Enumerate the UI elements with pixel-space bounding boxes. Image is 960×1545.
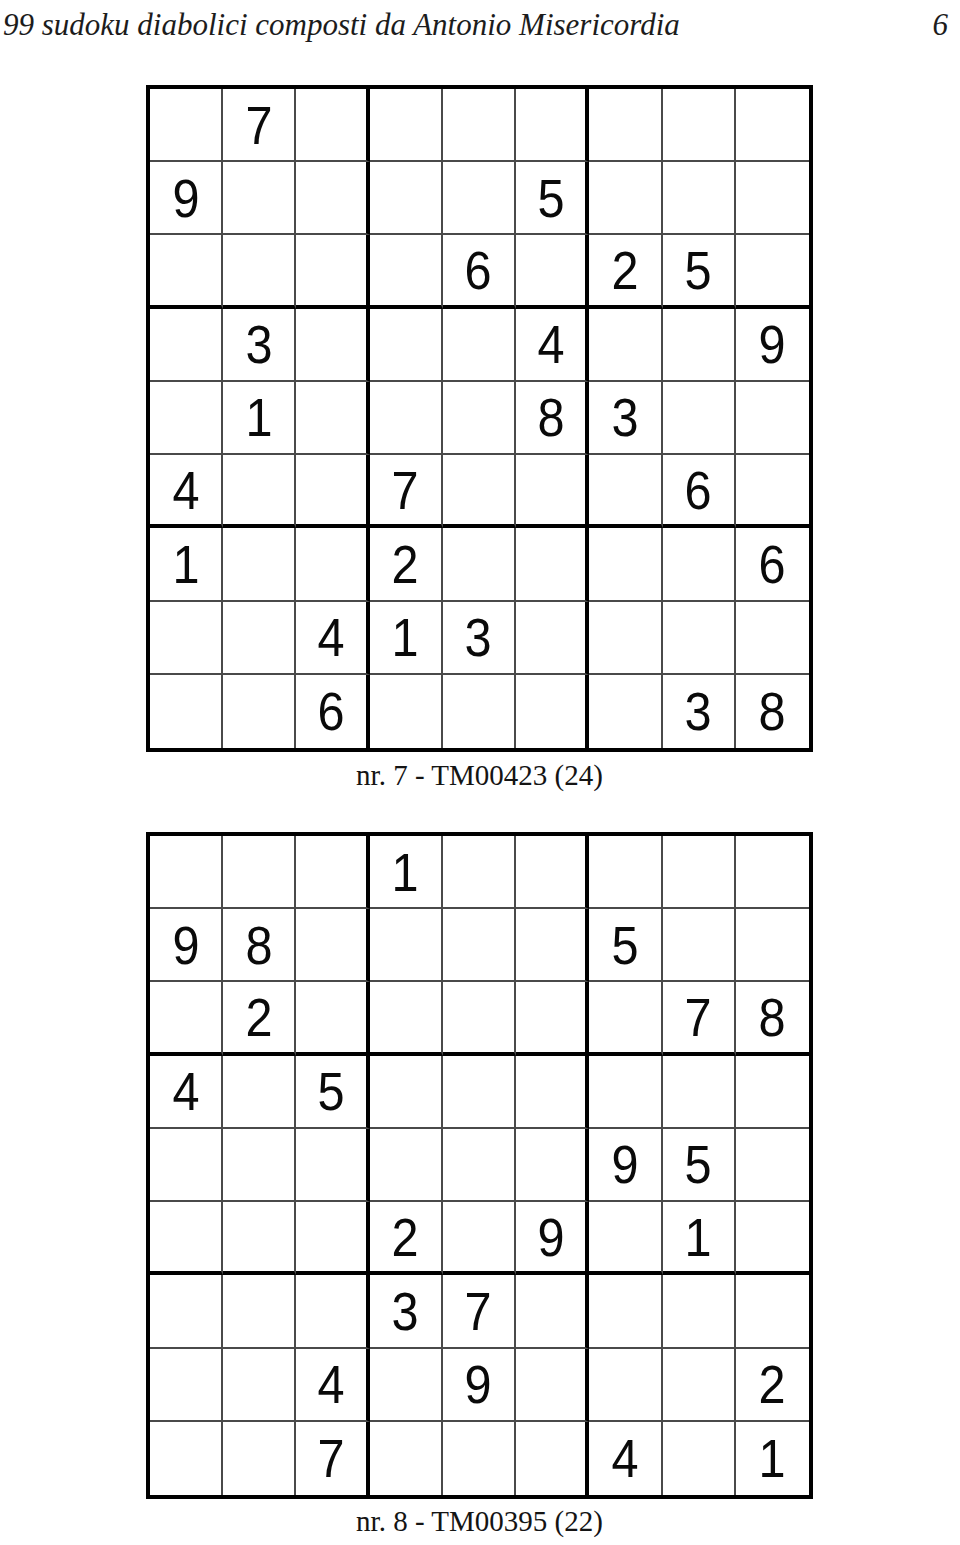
- sudoku-cell-r2c8: [663, 162, 736, 235]
- sudoku-cell-r4c2: 3: [223, 309, 296, 382]
- given-digit: 9: [172, 918, 199, 972]
- sudoku-cell-r5c4: [370, 382, 443, 455]
- given-digit: 5: [685, 243, 712, 297]
- given-digit: 2: [392, 1210, 419, 1264]
- sudoku-cell-r5c5: [443, 1129, 516, 1202]
- sudoku-cell-r5c1: [150, 1129, 223, 1202]
- given-digit: 6: [318, 684, 345, 738]
- sudoku-cell-r6c7: [589, 1202, 662, 1275]
- sudoku-cell-r4c2: [223, 1056, 296, 1129]
- sudoku-cell-r2c6: 5: [516, 162, 589, 235]
- sudoku-cell-r6c6: [516, 455, 589, 528]
- sudoku-cell-r2c1: 9: [150, 162, 223, 235]
- sudoku-cell-r4c5: [443, 1056, 516, 1129]
- sudoku-cell-r7c3: [296, 1275, 369, 1348]
- sudoku-cell-r4c3: [296, 309, 369, 382]
- sudoku-cell-r7c8: [663, 1275, 736, 1348]
- sudoku-cell-r8c1: [150, 1349, 223, 1422]
- given-digit: 9: [172, 171, 199, 225]
- sudoku-cell-r1c9: [736, 89, 809, 162]
- sudoku-cell-r5c3: [296, 1129, 369, 1202]
- given-digit: 3: [685, 684, 712, 738]
- given-digit: 1: [685, 1210, 712, 1264]
- sudoku-cell-r1c5: [443, 89, 516, 162]
- sudoku-cell-r6c4: 7: [370, 455, 443, 528]
- given-digit: 9: [465, 1357, 492, 1411]
- sudoku-cell-r9c5: [443, 675, 516, 748]
- sudoku-cell-r9c1: [150, 1422, 223, 1495]
- sudoku-cell-r1c4: 1: [370, 836, 443, 909]
- sudoku-cell-r7c5: [443, 528, 516, 601]
- sudoku-cell-r6c5: [443, 455, 516, 528]
- sudoku-cell-r6c3: [296, 1202, 369, 1275]
- sudoku-cell-r8c4: [370, 1349, 443, 1422]
- given-digit: 8: [759, 684, 786, 738]
- given-digit: 7: [465, 1284, 492, 1338]
- sudoku-cell-r4c6: [516, 1056, 589, 1129]
- sudoku-cell-r8c6: [516, 602, 589, 675]
- sudoku-cell-r4c9: [736, 1056, 809, 1129]
- sudoku-cell-r2c5: [443, 162, 516, 235]
- sudoku-cell-r9c9: 8: [736, 675, 809, 748]
- sudoku-cell-r8c1: [150, 602, 223, 675]
- given-digit: 2: [759, 1357, 786, 1411]
- given-digit: 8: [245, 918, 272, 972]
- sudoku-cell-r8c3: 4: [296, 1349, 369, 1422]
- sudoku-cell-r6c1: [150, 1202, 223, 1275]
- given-digit: 9: [759, 317, 786, 371]
- sudoku-cell-r4c8: [663, 1056, 736, 1129]
- sudoku-cell-r8c8: [663, 1349, 736, 1422]
- sudoku-cell-r6c4: 2: [370, 1202, 443, 1275]
- sudoku-cell-r5c8: 5: [663, 1129, 736, 1202]
- sudoku-cell-r9c3: 6: [296, 675, 369, 748]
- given-digit: 2: [245, 990, 272, 1044]
- given-digit: 9: [611, 1137, 638, 1191]
- sudoku-cell-r4c4: [370, 309, 443, 382]
- sudoku-cell-r2c3: [296, 909, 369, 982]
- sudoku-cell-r6c9: [736, 455, 809, 528]
- given-digit: 5: [685, 1137, 712, 1191]
- sudoku-cell-r4c5: [443, 309, 516, 382]
- sudoku-cell-r3c4: [370, 235, 443, 308]
- sudoku-cell-r1c6: [516, 89, 589, 162]
- sudoku-cell-r1c3: [296, 89, 369, 162]
- sudoku-cell-r3c3: [296, 982, 369, 1055]
- sudoku-cell-r8c6: [516, 1349, 589, 1422]
- given-digit: 6: [759, 537, 786, 591]
- sudoku-cell-r5c7: 9: [589, 1129, 662, 1202]
- sudoku-cell-r2c7: [589, 162, 662, 235]
- given-digit: 1: [245, 390, 272, 444]
- sudoku-cell-r6c1: 4: [150, 455, 223, 528]
- sudoku-cell-r5c2: [223, 1129, 296, 1202]
- given-digit: 4: [172, 463, 199, 517]
- sudoku-cell-r7c7: [589, 1275, 662, 1348]
- sudoku-cell-r7c6: [516, 528, 589, 601]
- given-digit: 7: [685, 990, 712, 1044]
- given-digit: 2: [611, 243, 638, 297]
- sudoku-cell-r9c2: [223, 1422, 296, 1495]
- sudoku-cell-r8c7: [589, 1349, 662, 1422]
- sudoku-cell-r2c1: 9: [150, 909, 223, 982]
- sudoku-cell-r7c5: 7: [443, 1275, 516, 1348]
- sudoku-cell-r1c1: [150, 836, 223, 909]
- sudoku-cell-r3c9: [736, 235, 809, 308]
- sudoku-cell-r9c9: 1: [736, 1422, 809, 1495]
- sudoku-cell-r9c8: [663, 1422, 736, 1495]
- sudoku-cell-r8c5: 3: [443, 602, 516, 675]
- sudoku-grid-nr7: 795625349183476126413638: [146, 85, 813, 752]
- given-digit: 4: [172, 1064, 199, 1118]
- sudoku-cell-r8c9: 2: [736, 1349, 809, 1422]
- given-digit: 1: [759, 1431, 786, 1485]
- sudoku-cell-r7c4: 3: [370, 1275, 443, 1348]
- sudoku-cell-r1c9: [736, 836, 809, 909]
- given-digit: 4: [611, 1431, 638, 1485]
- sudoku-cell-r8c8: [663, 602, 736, 675]
- sudoku-cell-r4c1: 4: [150, 1056, 223, 1129]
- sudoku-cell-r9c5: [443, 1422, 516, 1495]
- sudoku-cell-r4c7: [589, 1056, 662, 1129]
- page-number: 6: [933, 6, 949, 43]
- given-digit: 8: [759, 990, 786, 1044]
- sudoku-cell-r9c3: 7: [296, 1422, 369, 1495]
- sudoku-cell-r2c9: [736, 909, 809, 982]
- given-digit: 4: [318, 610, 345, 664]
- sudoku-cell-r8c5: 9: [443, 1349, 516, 1422]
- sudoku-cell-r5c1: [150, 382, 223, 455]
- sudoku-cell-r6c5: [443, 1202, 516, 1275]
- sudoku-grid-nr8: 1985278459529137492741: [146, 832, 813, 1499]
- given-digit: 3: [465, 610, 492, 664]
- sudoku-cell-r4c8: [663, 309, 736, 382]
- sudoku-cell-r3c7: [589, 982, 662, 1055]
- caption-nr7: nr. 7 - TM00423 (24): [146, 758, 813, 793]
- sudoku-cell-r8c9: [736, 602, 809, 675]
- sudoku-cell-r9c8: 3: [663, 675, 736, 748]
- sudoku-cell-r5c3: [296, 382, 369, 455]
- sudoku-cell-r7c4: 2: [370, 528, 443, 601]
- sudoku-cell-r2c2: 8: [223, 909, 296, 982]
- given-digit: 8: [537, 390, 564, 444]
- given-digit: 5: [537, 171, 564, 225]
- sudoku-cell-r5c8: [663, 382, 736, 455]
- given-digit: 6: [685, 463, 712, 517]
- sudoku-cell-r3c8: 7: [663, 982, 736, 1055]
- sudoku-cell-r9c7: 4: [589, 1422, 662, 1495]
- sudoku-cell-r1c6: [516, 836, 589, 909]
- sudoku-cell-r5c7: 3: [589, 382, 662, 455]
- sudoku-cell-r7c1: 1: [150, 528, 223, 601]
- sudoku-cell-r3c6: [516, 982, 589, 1055]
- given-digit: 7: [245, 98, 272, 152]
- given-digit: 1: [392, 610, 419, 664]
- sudoku-cell-r2c5: [443, 909, 516, 982]
- sudoku-cell-r2c4: [370, 162, 443, 235]
- sudoku-cell-r3c5: 6: [443, 235, 516, 308]
- sudoku-cell-r1c4: [370, 89, 443, 162]
- sudoku-cell-r1c1: [150, 89, 223, 162]
- sudoku-cell-r2c9: [736, 162, 809, 235]
- sudoku-cell-r8c2: [223, 1349, 296, 1422]
- sudoku-cell-r9c6: [516, 675, 589, 748]
- sudoku-cell-r4c7: [589, 309, 662, 382]
- sudoku-cell-r8c2: [223, 602, 296, 675]
- sudoku-cell-r6c8: 6: [663, 455, 736, 528]
- sudoku-cell-r1c3: [296, 836, 369, 909]
- sudoku-cell-r7c9: [736, 1275, 809, 1348]
- sudoku-cell-r5c9: [736, 382, 809, 455]
- sudoku-cell-r1c7: [589, 89, 662, 162]
- sudoku-cell-r1c2: [223, 836, 296, 909]
- sudoku-cell-r8c7: [589, 602, 662, 675]
- sudoku-cell-r5c5: [443, 382, 516, 455]
- sudoku-cell-r5c4: [370, 1129, 443, 1202]
- sudoku-cell-r7c9: 6: [736, 528, 809, 601]
- sudoku-cell-r7c2: [223, 528, 296, 601]
- caption-nr8: nr. 8 - TM00395 (22): [146, 1504, 813, 1539]
- sudoku-cell-r4c9: 9: [736, 309, 809, 382]
- sudoku-cell-r4c3: 5: [296, 1056, 369, 1129]
- given-digit: 5: [611, 918, 638, 972]
- sudoku-cell-r3c5: [443, 982, 516, 1055]
- sudoku-cell-r3c9: 8: [736, 982, 809, 1055]
- sudoku-cell-r7c2: [223, 1275, 296, 1348]
- sudoku-cell-r5c2: 1: [223, 382, 296, 455]
- sudoku-cell-r9c1: [150, 675, 223, 748]
- sudoku-cell-r6c3: [296, 455, 369, 528]
- sudoku-cell-r2c4: [370, 909, 443, 982]
- sudoku-cell-r4c1: [150, 309, 223, 382]
- given-digit: 4: [318, 1357, 345, 1411]
- page-title: 99 sudoku diabolici composti da Antonio …: [3, 6, 680, 43]
- sudoku-cell-r7c1: [150, 1275, 223, 1348]
- given-digit: 3: [611, 390, 638, 444]
- sudoku-cell-r3c8: 5: [663, 235, 736, 308]
- sudoku-cell-r9c4: [370, 1422, 443, 1495]
- given-digit: 7: [392, 463, 419, 517]
- sudoku-cell-r5c9: [736, 1129, 809, 1202]
- sudoku-cell-r6c6: 9: [516, 1202, 589, 1275]
- given-digit: 1: [172, 537, 199, 591]
- given-digit: 7: [318, 1431, 345, 1485]
- sudoku-cell-r2c2: [223, 162, 296, 235]
- sudoku-cell-r9c7: [589, 675, 662, 748]
- sudoku-cell-r3c7: 2: [589, 235, 662, 308]
- sudoku-cell-r1c8: [663, 836, 736, 909]
- sudoku-cell-r9c2: [223, 675, 296, 748]
- sudoku-cell-r6c2: [223, 455, 296, 528]
- sudoku-cell-r9c4: [370, 675, 443, 748]
- given-digit: 9: [537, 1210, 564, 1264]
- sudoku-cell-r6c2: [223, 1202, 296, 1275]
- sudoku-cell-r1c5: [443, 836, 516, 909]
- sudoku-cell-r1c2: 7: [223, 89, 296, 162]
- sudoku-cell-r3c1: [150, 235, 223, 308]
- sudoku-cell-r8c4: 1: [370, 602, 443, 675]
- sudoku-cell-r8c3: 4: [296, 602, 369, 675]
- sudoku-cell-r2c8: [663, 909, 736, 982]
- sudoku-cell-r5c6: 8: [516, 382, 589, 455]
- sudoku-cell-r7c6: [516, 1275, 589, 1348]
- sudoku-cell-r2c6: [516, 909, 589, 982]
- given-digit: 5: [318, 1064, 345, 1118]
- page-header: 99 sudoku diabolici composti da Antonio …: [3, 6, 948, 43]
- sudoku-cell-r7c8: [663, 528, 736, 601]
- sudoku-cell-r5c6: [516, 1129, 589, 1202]
- sudoku-cell-r4c6: 4: [516, 309, 589, 382]
- sudoku-cell-r1c8: [663, 89, 736, 162]
- sudoku-cell-r6c8: 1: [663, 1202, 736, 1275]
- sudoku-cell-r6c7: [589, 455, 662, 528]
- sudoku-cell-r2c3: [296, 162, 369, 235]
- given-digit: 1: [392, 845, 419, 899]
- sudoku-cell-r7c3: [296, 528, 369, 601]
- sudoku-cell-r3c3: [296, 235, 369, 308]
- sudoku-cell-r1c7: [589, 836, 662, 909]
- sudoku-cell-r3c4: [370, 982, 443, 1055]
- sudoku-cell-r3c2: 2: [223, 982, 296, 1055]
- sudoku-cell-r4c4: [370, 1056, 443, 1129]
- given-digit: 3: [392, 1284, 419, 1338]
- given-digit: 6: [465, 243, 492, 297]
- sudoku-cell-r6c9: [736, 1202, 809, 1275]
- sudoku-cell-r3c1: [150, 982, 223, 1055]
- given-digit: 4: [537, 317, 564, 371]
- given-digit: 3: [245, 317, 272, 371]
- given-digit: 2: [392, 537, 419, 591]
- sudoku-cell-r7c7: [589, 528, 662, 601]
- sudoku-cell-r9c6: [516, 1422, 589, 1495]
- sudoku-cell-r3c2: [223, 235, 296, 308]
- sudoku-cell-r2c7: 5: [589, 909, 662, 982]
- sudoku-cell-r3c6: [516, 235, 589, 308]
